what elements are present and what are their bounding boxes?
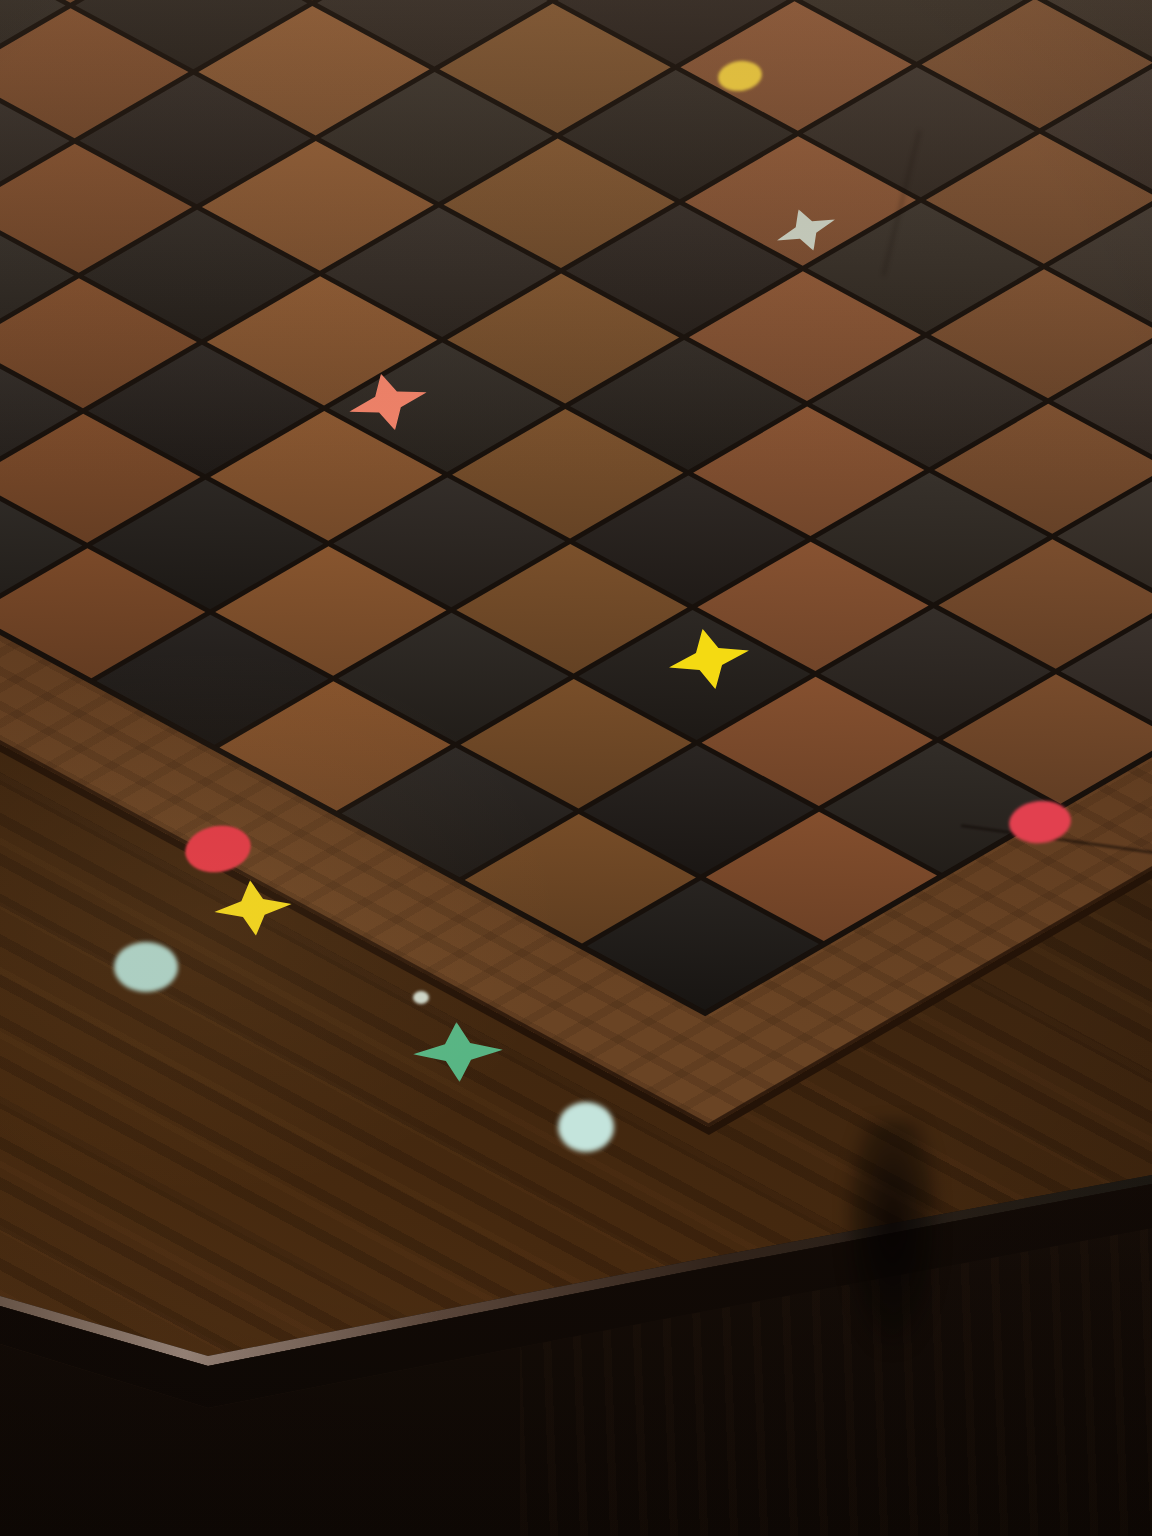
edge-shadow-streak (845, 1120, 940, 1350)
white-speck-inlay (413, 991, 429, 1004)
teal-dot-upper-inlay (114, 942, 178, 992)
games-table-photo (0, 0, 1152, 1536)
teal-dot-lower-inlay (558, 1102, 614, 1152)
